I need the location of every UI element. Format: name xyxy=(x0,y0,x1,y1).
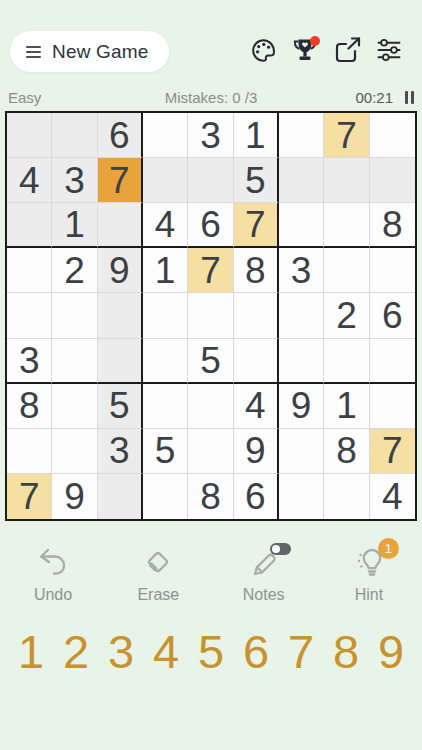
cell-r6c3[interactable] xyxy=(98,339,143,384)
cell-r6c8[interactable] xyxy=(324,339,369,384)
cell-r4c3[interactable]: 9 xyxy=(98,248,143,293)
cell-r2c8[interactable] xyxy=(324,158,369,203)
cell-r6c2[interactable] xyxy=(52,339,97,384)
cell-r9c8[interactable] xyxy=(324,474,369,519)
cell-r2c5[interactable] xyxy=(188,158,233,203)
cell-r2c2[interactable]: 3 xyxy=(52,158,97,203)
sudoku-app: New Game xyxy=(0,0,422,750)
cell-r2c1[interactable]: 4 xyxy=(7,158,52,203)
cell-r4c6[interactable]: 8 xyxy=(234,248,279,293)
new-game-button[interactable]: New Game xyxy=(10,31,169,72)
cell-r1c7[interactable] xyxy=(279,113,324,158)
numpad-key-5[interactable]: 5 xyxy=(192,627,230,676)
hint-label: Hint xyxy=(355,586,383,604)
eraser-icon xyxy=(135,543,181,581)
numpad-key-1[interactable]: 1 xyxy=(12,627,50,676)
notes-button[interactable]: Notes xyxy=(225,543,303,604)
new-game-label: New Game xyxy=(52,41,149,63)
notification-dot xyxy=(310,36,320,46)
cell-r2c4[interactable] xyxy=(143,158,188,203)
cell-r7c7[interactable]: 9 xyxy=(279,384,324,429)
cell-r5c1[interactable] xyxy=(7,293,52,338)
cell-r6c5[interactable]: 5 xyxy=(188,339,233,384)
cell-r7c9[interactable] xyxy=(370,384,415,429)
cell-r2c7[interactable] xyxy=(279,158,324,203)
cell-r3c3[interactable] xyxy=(98,203,143,248)
undo-icon xyxy=(30,543,76,581)
settings-sliders-icon[interactable] xyxy=(375,35,403,65)
cell-r9c6[interactable]: 6 xyxy=(234,474,279,519)
cell-r1c6[interactable]: 1 xyxy=(234,113,279,158)
cell-r8c6[interactable]: 9 xyxy=(234,429,279,474)
erase-label: Erase xyxy=(137,586,179,604)
numpad-key-3[interactable]: 3 xyxy=(102,627,140,676)
pencil-icon xyxy=(241,543,287,581)
hint-badge: 1 xyxy=(378,538,399,559)
cell-r5c6[interactable] xyxy=(234,293,279,338)
cell-r8c8[interactable]: 8 xyxy=(324,429,369,474)
cell-r5c7[interactable] xyxy=(279,293,324,338)
cell-r4c8[interactable] xyxy=(324,248,369,293)
cell-r3c4[interactable]: 4 xyxy=(143,203,188,248)
cell-r1c1[interactable] xyxy=(7,113,52,158)
numpad-key-2[interactable]: 2 xyxy=(57,627,95,676)
trophy-icon[interactable] xyxy=(291,35,319,65)
cell-r6c9[interactable] xyxy=(370,339,415,384)
numpad-key-4[interactable]: 4 xyxy=(147,627,185,676)
cell-r1c2[interactable] xyxy=(52,113,97,158)
cell-r4c5[interactable]: 7 xyxy=(188,248,233,293)
cell-r3c1[interactable] xyxy=(7,203,52,248)
cell-r8c1[interactable] xyxy=(7,429,52,474)
cell-r7c2[interactable] xyxy=(52,384,97,429)
cell-r9c2[interactable]: 9 xyxy=(52,474,97,519)
palette-icon[interactable] xyxy=(249,35,277,65)
cell-r7c8[interactable]: 1 xyxy=(324,384,369,429)
cell-r9c4[interactable] xyxy=(143,474,188,519)
cell-r2c6[interactable]: 5 xyxy=(234,158,279,203)
sudoku-grid: 63174375146782917832635854913598779864 xyxy=(5,111,417,521)
cell-r6c6[interactable] xyxy=(234,339,279,384)
share-icon[interactable] xyxy=(333,35,361,65)
numpad-key-6[interactable]: 6 xyxy=(237,627,275,676)
cell-r7c3[interactable]: 5 xyxy=(98,384,143,429)
cell-r5c5[interactable] xyxy=(188,293,233,338)
timer: 00:21 xyxy=(355,89,393,106)
number-pad: 123456789 xyxy=(0,627,422,676)
cell-r1c5[interactable]: 3 xyxy=(188,113,233,158)
cell-r3c8[interactable] xyxy=(324,203,369,248)
cell-r7c1[interactable]: 8 xyxy=(7,384,52,429)
numpad-key-7[interactable]: 7 xyxy=(282,627,320,676)
cell-r6c7[interactable] xyxy=(279,339,324,384)
numpad-key-8[interactable]: 8 xyxy=(327,627,365,676)
cell-r5c2[interactable] xyxy=(52,293,97,338)
cell-r1c9[interactable] xyxy=(370,113,415,158)
cell-r1c8[interactable]: 7 xyxy=(324,113,369,158)
cell-r8c4[interactable]: 5 xyxy=(143,429,188,474)
notes-label: Notes xyxy=(243,586,285,604)
cell-r1c3[interactable]: 6 xyxy=(98,113,143,158)
erase-button[interactable]: Erase xyxy=(119,543,197,604)
undo-button[interactable]: Undo xyxy=(14,543,92,604)
cell-r5c4[interactable] xyxy=(143,293,188,338)
cell-r2c9[interactable] xyxy=(370,158,415,203)
cell-r9c1[interactable]: 7 xyxy=(7,474,52,519)
cell-r7c6[interactable]: 4 xyxy=(234,384,279,429)
menu-icon xyxy=(26,46,41,58)
cell-r3c7[interactable] xyxy=(279,203,324,248)
cell-r3c5[interactable]: 6 xyxy=(188,203,233,248)
cell-r1c4[interactable] xyxy=(143,113,188,158)
cell-r3c9[interactable]: 8 xyxy=(370,203,415,248)
cell-r9c3[interactable] xyxy=(98,474,143,519)
toolbar: Undo Erase Notes xyxy=(0,543,422,604)
status-bar: Easy Mistakes: 0 /3 00:21 xyxy=(0,89,422,107)
cell-r8c3[interactable]: 3 xyxy=(98,429,143,474)
cell-r8c2[interactable] xyxy=(52,429,97,474)
cell-r9c5[interactable]: 8 xyxy=(188,474,233,519)
hint-button[interactable]: 1 Hint xyxy=(330,543,408,604)
cell-r7c4[interactable] xyxy=(143,384,188,429)
cell-r5c8[interactable]: 2 xyxy=(324,293,369,338)
cell-r8c9[interactable]: 7 xyxy=(370,429,415,474)
pause-button[interactable] xyxy=(403,90,416,105)
undo-label: Undo xyxy=(34,586,72,604)
cell-r8c7[interactable] xyxy=(279,429,324,474)
cell-r4c7[interactable]: 3 xyxy=(279,248,324,293)
cell-r9c9[interactable]: 4 xyxy=(370,474,415,519)
cell-r5c3[interactable] xyxy=(98,293,143,338)
cell-r4c2[interactable]: 2 xyxy=(52,248,97,293)
notes-toggle[interactable] xyxy=(270,543,291,555)
cell-r8c5[interactable] xyxy=(188,429,233,474)
cell-r9c7[interactable] xyxy=(279,474,324,519)
cell-r3c6[interactable]: 7 xyxy=(234,203,279,248)
cell-r5c9[interactable]: 6 xyxy=(370,293,415,338)
cell-r6c1[interactable]: 3 xyxy=(7,339,52,384)
cell-r4c1[interactable] xyxy=(7,248,52,293)
cell-r4c4[interactable]: 1 xyxy=(143,248,188,293)
lightbulb-icon: 1 xyxy=(346,543,392,581)
cell-r4c9[interactable] xyxy=(370,248,415,293)
header-icons xyxy=(249,35,403,65)
numpad-key-9[interactable]: 9 xyxy=(372,627,410,676)
cell-r3c2[interactable]: 1 xyxy=(52,203,97,248)
cell-r7c5[interactable] xyxy=(188,384,233,429)
cell-r6c4[interactable] xyxy=(143,339,188,384)
cell-r2c3[interactable]: 7 xyxy=(98,158,143,203)
